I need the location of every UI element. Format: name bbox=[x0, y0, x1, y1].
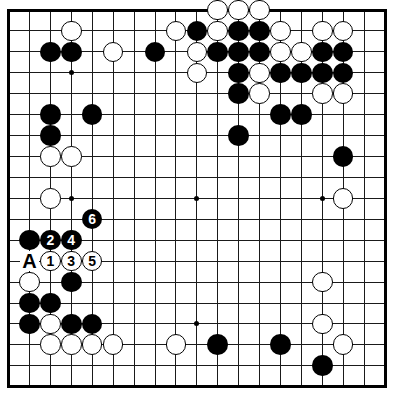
black-stone bbox=[19, 230, 40, 251]
white-stone bbox=[207, 21, 228, 42]
white-stone-move-5: 5 bbox=[82, 251, 103, 272]
white-stone bbox=[187, 42, 208, 63]
white-stone bbox=[333, 188, 354, 209]
white-stone bbox=[291, 42, 312, 63]
black-stone bbox=[40, 104, 61, 125]
black-stone bbox=[61, 272, 82, 293]
board-grid: A624135 bbox=[0, 0, 398, 400]
black-stone-move-4: 4 bbox=[61, 230, 82, 251]
white-stone bbox=[61, 21, 82, 42]
white-stone bbox=[103, 42, 124, 63]
black-stone bbox=[228, 83, 249, 104]
hoshi-point bbox=[69, 70, 74, 75]
white-stone bbox=[166, 334, 187, 355]
white-stone-move-3: 3 bbox=[61, 251, 82, 272]
black-stone bbox=[19, 293, 40, 314]
point-label-A: A bbox=[20, 251, 38, 271]
black-stone bbox=[82, 104, 103, 125]
white-stone bbox=[40, 314, 61, 335]
black-stone bbox=[249, 21, 270, 42]
white-stone bbox=[333, 83, 354, 104]
white-stone bbox=[249, 63, 270, 84]
white-stone bbox=[207, 0, 228, 20]
black-stone bbox=[61, 42, 82, 63]
white-stone bbox=[312, 314, 333, 335]
white-stone bbox=[270, 42, 291, 63]
hoshi-point bbox=[320, 196, 325, 201]
white-stone bbox=[103, 334, 124, 355]
white-stone bbox=[312, 272, 333, 293]
white-stone bbox=[61, 334, 82, 355]
white-stone bbox=[333, 21, 354, 42]
hoshi-point bbox=[194, 321, 199, 326]
black-stone bbox=[249, 42, 270, 63]
black-stone bbox=[82, 314, 103, 335]
black-stone bbox=[312, 355, 333, 376]
white-stone bbox=[312, 83, 333, 104]
hoshi-point bbox=[69, 196, 74, 201]
white-stone bbox=[166, 21, 187, 42]
white-stone bbox=[187, 63, 208, 84]
white-stone bbox=[333, 334, 354, 355]
white-stone bbox=[40, 188, 61, 209]
black-stone bbox=[228, 63, 249, 84]
black-stone bbox=[333, 63, 354, 84]
white-stone bbox=[312, 21, 333, 42]
black-stone bbox=[291, 63, 312, 84]
black-stone bbox=[333, 146, 354, 167]
white-stone bbox=[82, 334, 103, 355]
white-stone bbox=[228, 0, 249, 20]
black-stone bbox=[270, 63, 291, 84]
black-stone bbox=[61, 314, 82, 335]
black-stone-move-2: 2 bbox=[40, 230, 61, 251]
white-stone-move-1: 1 bbox=[40, 251, 61, 272]
black-stone bbox=[228, 42, 249, 63]
white-stone bbox=[249, 0, 270, 20]
black-stone bbox=[145, 42, 166, 63]
white-stone bbox=[40, 334, 61, 355]
white-stone bbox=[19, 272, 40, 293]
white-stone bbox=[61, 146, 82, 167]
black-stone bbox=[270, 334, 291, 355]
black-stone bbox=[228, 125, 249, 146]
black-stone bbox=[40, 125, 61, 146]
black-stone bbox=[40, 293, 61, 314]
black-stone bbox=[207, 334, 228, 355]
black-stone bbox=[270, 104, 291, 125]
black-stone bbox=[291, 104, 312, 125]
black-stone bbox=[312, 42, 333, 63]
black-stone-move-6: 6 bbox=[82, 209, 103, 230]
black-stone bbox=[207, 42, 228, 63]
black-stone bbox=[40, 42, 61, 63]
hoshi-point bbox=[194, 196, 199, 201]
black-stone bbox=[312, 63, 333, 84]
white-stone bbox=[249, 83, 270, 104]
black-stone bbox=[228, 21, 249, 42]
white-stone bbox=[270, 21, 291, 42]
black-stone bbox=[333, 42, 354, 63]
white-stone bbox=[40, 146, 61, 167]
black-stone bbox=[187, 21, 208, 42]
go-board: A624135 bbox=[0, 0, 400, 400]
black-stone bbox=[19, 314, 40, 335]
